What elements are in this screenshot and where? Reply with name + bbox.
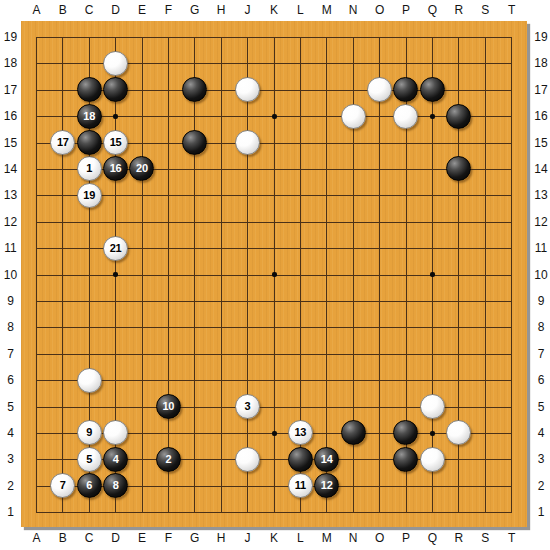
stone-white-D11: 21 <box>103 236 128 261</box>
intersection-P3 <box>393 446 419 472</box>
intersection-Q3 <box>419 446 445 472</box>
stone-layer: 123456789101112131415161718192021 <box>23 24 524 525</box>
intersection-N4 <box>340 420 366 446</box>
row-label-right-2: 2 <box>531 479 550 493</box>
intersection-J15 <box>234 129 260 155</box>
row-label-right-16: 16 <box>531 109 550 123</box>
row-label-right-6: 6 <box>531 373 550 387</box>
stone-black-G17 <box>182 77 207 102</box>
intersection-B2: 7 <box>50 472 76 498</box>
stone-white-D4 <box>103 420 128 445</box>
move-number: 16 <box>110 163 122 174</box>
row-label-right-19: 19 <box>531 30 550 44</box>
row-label-right-10: 10 <box>531 268 550 282</box>
stone-white-O17 <box>367 77 392 102</box>
intersection-Q5 <box>419 393 445 419</box>
row-label-right-11: 11 <box>531 241 550 255</box>
col-label-bottom-B: B <box>50 531 76 545</box>
col-label-top-H: H <box>208 3 234 17</box>
stone-black-D14: 16 <box>103 156 128 181</box>
intersection-D14: 16 <box>102 156 128 182</box>
intersection-B15: 17 <box>50 129 76 155</box>
col-label-bottom-S: S <box>472 531 498 545</box>
col-label-top-J: J <box>234 3 260 17</box>
col-label-top-O: O <box>366 3 392 17</box>
row-label-right-4: 4 <box>531 426 550 440</box>
intersection-F3: 2 <box>155 446 181 472</box>
intersection-C15 <box>76 129 102 155</box>
intersection-Q17 <box>419 77 445 103</box>
move-number: 12 <box>321 480 333 491</box>
intersection-J3 <box>234 446 260 472</box>
row-label-right-18: 18 <box>531 56 550 70</box>
row-label-right-12: 12 <box>531 215 550 229</box>
stone-black-E14: 20 <box>129 156 154 181</box>
col-label-top-G: G <box>182 3 208 17</box>
move-number: 18 <box>83 111 95 122</box>
stone-white-C3: 5 <box>77 447 102 472</box>
row-label-left-3: 3 <box>1 452 20 466</box>
row-label-left-5: 5 <box>1 400 20 414</box>
row-label-left-11: 11 <box>1 241 20 255</box>
move-number: 6 <box>86 480 92 491</box>
move-number: 1 <box>86 163 92 174</box>
intersection-J5: 3 <box>234 393 260 419</box>
stone-black-M3: 14 <box>314 447 339 472</box>
col-label-bottom-T: T <box>498 531 524 545</box>
intersection-R14 <box>445 156 471 182</box>
stone-black-D3: 4 <box>103 447 128 472</box>
stone-black-N4 <box>341 420 366 445</box>
stone-white-Q3 <box>420 447 445 472</box>
row-label-left-10: 10 <box>1 268 20 282</box>
stone-white-C14: 1 <box>77 156 102 181</box>
stone-black-C15 <box>77 130 102 155</box>
col-label-top-S: S <box>472 3 498 17</box>
col-label-top-B: B <box>50 3 76 17</box>
move-number: 21 <box>110 243 122 254</box>
row-label-left-14: 14 <box>1 162 20 176</box>
row-label-left-19: 19 <box>1 30 20 44</box>
row-label-right-1: 1 <box>531 505 550 519</box>
col-label-top-C: C <box>76 3 102 17</box>
intersection-G15 <box>182 129 208 155</box>
stone-black-M2: 12 <box>314 473 339 498</box>
intersection-R16 <box>445 103 471 129</box>
row-label-left-16: 16 <box>1 109 20 123</box>
stone-white-C4: 9 <box>77 420 102 445</box>
intersection-C17 <box>76 77 102 103</box>
intersection-G17 <box>182 77 208 103</box>
col-label-top-L: L <box>287 3 313 17</box>
intersection-D4 <box>102 420 128 446</box>
intersection-N16 <box>340 103 366 129</box>
intersection-F5: 10 <box>155 393 181 419</box>
move-number: 11 <box>295 480 306 491</box>
col-label-bottom-G: G <box>182 531 208 545</box>
intersection-D11: 21 <box>102 235 128 261</box>
intersection-C3: 5 <box>76 446 102 472</box>
move-number: 19 <box>83 190 95 201</box>
stone-white-P16 <box>393 104 418 129</box>
intersection-P17 <box>393 77 419 103</box>
stone-white-N16 <box>341 104 366 129</box>
stone-black-R14 <box>446 156 471 181</box>
row-label-left-15: 15 <box>1 136 20 150</box>
row-label-right-8: 8 <box>531 320 550 334</box>
col-label-top-Q: Q <box>419 3 445 17</box>
move-number: 9 <box>86 427 92 438</box>
stone-black-L3 <box>288 447 313 472</box>
col-label-bottom-R: R <box>446 531 472 545</box>
row-label-left-6: 6 <box>1 373 20 387</box>
intersection-R4 <box>445 420 471 446</box>
row-label-left-7: 7 <box>1 347 20 361</box>
intersection-L2: 11 <box>287 472 313 498</box>
row-label-right-7: 7 <box>531 347 550 361</box>
move-number: 3 <box>245 401 251 412</box>
move-number: 8 <box>113 480 119 491</box>
intersection-L3 <box>287 446 313 472</box>
stone-black-R16 <box>446 104 471 129</box>
move-number: 17 <box>57 137 69 148</box>
col-label-top-A: A <box>23 3 49 17</box>
stone-black-C17 <box>77 77 102 102</box>
stone-white-B15: 17 <box>50 130 75 155</box>
col-label-bottom-P: P <box>393 531 419 545</box>
stone-white-C13: 19 <box>77 183 102 208</box>
row-label-left-8: 8 <box>1 320 20 334</box>
row-label-left-9: 9 <box>1 294 20 308</box>
intersection-E14: 20 <box>129 156 155 182</box>
col-label-bottom-O: O <box>366 531 392 545</box>
col-label-top-P: P <box>393 3 419 17</box>
intersection-C14: 1 <box>76 156 102 182</box>
intersection-C6 <box>76 367 102 393</box>
col-label-bottom-A: A <box>23 531 49 545</box>
move-number: 7 <box>60 480 66 491</box>
row-label-left-17: 17 <box>1 83 20 97</box>
intersection-P16 <box>393 103 419 129</box>
stone-black-C16: 18 <box>77 104 102 129</box>
col-label-bottom-H: H <box>208 531 234 545</box>
intersection-C2: 6 <box>76 472 102 498</box>
row-label-left-4: 4 <box>1 426 20 440</box>
move-number: 20 <box>136 163 148 174</box>
row-label-left-2: 2 <box>1 479 20 493</box>
stone-black-G15 <box>182 130 207 155</box>
row-label-right-13: 13 <box>531 188 550 202</box>
move-number: 5 <box>86 454 92 465</box>
stone-black-P3 <box>393 447 418 472</box>
stone-white-C6 <box>77 368 102 393</box>
row-label-left-18: 18 <box>1 56 20 70</box>
stone-white-J3 <box>235 447 260 472</box>
stone-black-P4 <box>393 420 418 445</box>
col-label-top-D: D <box>102 3 128 17</box>
intersection-C13: 19 <box>76 182 102 208</box>
go-board[interactable]: 123456789101112131415161718192021 <box>21 21 527 527</box>
col-label-top-N: N <box>340 3 366 17</box>
row-label-right-17: 17 <box>531 83 550 97</box>
intersection-J17 <box>234 77 260 103</box>
stone-black-P17 <box>393 77 418 102</box>
move-number: 4 <box>113 454 119 465</box>
col-label-bottom-L: L <box>287 531 313 545</box>
stone-black-Q17 <box>420 77 445 102</box>
stone-white-L4: 13 <box>288 420 313 445</box>
col-label-top-E: E <box>129 3 155 17</box>
stone-white-D18 <box>103 51 128 76</box>
stone-white-R4 <box>446 420 471 445</box>
stone-white-B2: 7 <box>50 473 75 498</box>
intersection-D15: 15 <box>102 129 128 155</box>
stone-black-D2: 8 <box>103 473 128 498</box>
col-label-bottom-E: E <box>129 531 155 545</box>
col-label-bottom-F: F <box>155 531 181 545</box>
row-label-right-9: 9 <box>531 294 550 308</box>
stone-white-Q5 <box>420 394 445 419</box>
stone-white-L2: 11 <box>288 473 313 498</box>
intersection-D3: 4 <box>102 446 128 472</box>
stone-white-J15 <box>235 130 260 155</box>
stone-black-F3: 2 <box>156 447 181 472</box>
intersection-D18 <box>102 50 128 76</box>
col-label-bottom-M: M <box>314 531 340 545</box>
col-label-top-K: K <box>261 3 287 17</box>
stone-black-D17 <box>103 77 128 102</box>
row-label-left-12: 12 <box>1 215 20 229</box>
row-label-right-3: 3 <box>531 452 550 466</box>
intersection-D17 <box>102 77 128 103</box>
col-label-top-T: T <box>498 3 524 17</box>
intersection-M3: 14 <box>313 446 339 472</box>
col-label-bottom-J: J <box>234 531 260 545</box>
move-number: 15 <box>110 137 122 148</box>
move-number: 2 <box>165 454 171 465</box>
move-number: 10 <box>163 401 175 412</box>
col-label-top-M: M <box>314 3 340 17</box>
row-label-left-1: 1 <box>1 505 20 519</box>
col-label-bottom-C: C <box>76 531 102 545</box>
intersection-P4 <box>393 420 419 446</box>
col-label-bottom-K: K <box>261 531 287 545</box>
row-label-right-14: 14 <box>531 162 550 176</box>
col-label-top-F: F <box>155 3 181 17</box>
stone-black-C2: 6 <box>77 473 102 498</box>
stone-white-J5: 3 <box>235 394 260 419</box>
move-number: 14 <box>321 454 333 465</box>
stone-white-D15: 15 <box>103 130 128 155</box>
intersection-L4: 13 <box>287 420 313 446</box>
col-label-bottom-N: N <box>340 531 366 545</box>
col-label-top-R: R <box>446 3 472 17</box>
row-label-left-13: 13 <box>1 188 20 202</box>
row-label-right-15: 15 <box>531 136 550 150</box>
intersection-O17 <box>366 77 392 103</box>
intersection-C4: 9 <box>76 420 102 446</box>
stone-black-F5: 10 <box>156 394 181 419</box>
col-label-bottom-D: D <box>102 531 128 545</box>
intersection-C16: 18 <box>76 103 102 129</box>
intersection-D2: 8 <box>102 472 128 498</box>
stone-white-J17 <box>235 77 260 102</box>
intersection-M2: 12 <box>313 472 339 498</box>
col-label-bottom-Q: Q <box>419 531 445 545</box>
go-diagram: ABCDEFGHJKLMNOPQRST ABCDEFGHJKLMNOPQRST … <box>0 0 550 550</box>
move-number: 13 <box>294 427 306 438</box>
row-label-right-5: 5 <box>531 400 550 414</box>
